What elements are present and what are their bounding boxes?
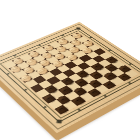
border-tick-diamond [129, 64, 132, 66]
border-tick-diamond [104, 95, 107, 97]
border-tick-diamond [38, 45, 41, 46]
border-tick-diamond [44, 106, 47, 108]
border-tick-diamond [89, 37, 91, 38]
border-tick-diamond [62, 35, 65, 36]
border-tick-diamond [108, 50, 110, 51]
border-tick-diamond [14, 55, 17, 57]
border-tick-diamond [24, 89, 27, 91]
photo-scene: ⛀⛀⛀⛀⛀⛀⛀⛀⛀⛀⛀⛀⛀⛀⛀⛀⛀⛀⛀⛀⛂⛂⛂⛂⛂⛂⛂⛂⛂⛂⛂⛂⛂⛂⛂⛂⛂⛂⛂⛂ [0, 0, 140, 140]
border-tick-diamond [78, 109, 81, 111]
border-tick-diamond [128, 82, 131, 84]
